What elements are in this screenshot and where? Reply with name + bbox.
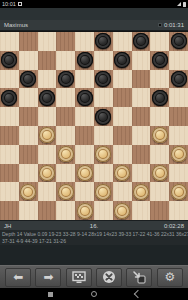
top-player-bar: Maximus 0:01:31 [0,20,188,31]
board-square[interactable] [113,88,132,107]
piece-arrow-icon [132,270,146,284]
board-monitor-icon [72,271,86,284]
board-square [19,126,38,145]
signal-icon [177,2,181,6]
board-square[interactable] [75,164,94,183]
board-square[interactable] [113,51,132,70]
white-piece[interactable] [114,165,130,181]
board-square[interactable] [132,145,151,164]
notification-icon [18,2,22,6]
black-piece[interactable] [171,33,187,49]
board-square[interactable] [150,164,169,183]
white-piece[interactable] [171,184,187,200]
board-square[interactable] [0,88,19,107]
board-square[interactable] [19,107,38,126]
board-square [0,107,19,126]
board-square [113,145,132,164]
board-square [132,201,151,220]
white-piece[interactable] [95,146,111,162]
board-square [56,88,75,107]
white-piece[interactable] [77,203,93,219]
white-piece[interactable] [39,127,55,143]
board-view-button[interactable] [66,268,92,287]
board-square [132,126,151,145]
board-square [150,107,169,126]
board-square [75,182,94,201]
black-piece[interactable] [20,71,36,87]
board-square[interactable] [132,182,151,201]
top-player-name: Maximus [4,22,28,28]
white-piece[interactable] [58,146,74,162]
board-square[interactable] [19,182,38,201]
board-square[interactable] [113,201,132,220]
board-square [169,88,188,107]
board-square [75,70,94,89]
board-square[interactable] [0,201,19,220]
board-square[interactable] [38,126,57,145]
board-square[interactable] [38,201,57,220]
board-square [169,164,188,183]
white-piece[interactable] [58,184,74,200]
board-square[interactable] [75,51,94,70]
board-square[interactable] [38,164,57,183]
board-square [113,182,132,201]
status-clock: 10:01 [2,0,16,8]
board-square [94,164,113,183]
board-square [19,88,38,107]
board-square [169,51,188,70]
board-square[interactable] [150,126,169,145]
board-square [113,70,132,89]
board-square[interactable] [150,51,169,70]
board-square [94,126,113,145]
battery-icon [183,2,186,7]
toolbar: ⬅ ➡ ⚙ [0,265,188,288]
white-piece[interactable] [152,127,168,143]
black-piece[interactable] [133,33,149,49]
black-piece[interactable] [1,90,17,106]
white-piece[interactable] [95,184,111,200]
board-square[interactable] [56,70,75,89]
back-button[interactable]: ⬅ [5,268,31,287]
stop-x-icon [102,270,116,284]
board-square [132,51,151,70]
white-piece[interactable] [39,165,55,181]
board-square [150,32,169,51]
board-square[interactable] [132,70,151,89]
board-square [0,145,19,164]
lower-spacer [0,245,188,265]
board-square[interactable] [169,182,188,201]
engine-analysis-panel: Depth 14 Value 0.09 19-23 33-28 9-14 28x… [0,230,188,245]
board-square [56,164,75,183]
board-square [94,88,113,107]
hint-move-button[interactable] [126,268,152,287]
back-chevron-icon[interactable] [133,290,141,298]
header-spacer [0,8,188,20]
black-side-chip-icon [158,23,162,27]
board-square[interactable] [113,126,132,145]
board-square[interactable] [132,32,151,51]
board-square [19,164,38,183]
stop-button[interactable] [96,268,122,287]
board-square[interactable] [169,107,188,126]
black-piece[interactable] [95,33,111,49]
board-square [56,51,75,70]
android-nav-bar [0,288,188,300]
board-square [0,32,19,51]
board-square[interactable] [75,88,94,107]
recents-square-icon[interactable] [48,292,53,297]
board-square [150,70,169,89]
board-square[interactable] [150,201,169,220]
black-piece[interactable] [95,109,111,125]
analysis-line-2: 37-31 4-9 44-39 17-21 31-26 [2,238,186,245]
black-piece[interactable] [77,90,93,106]
analysis-line-1: Depth 14 Value 0.09 19-23 33-28 9-14 28x… [2,231,186,238]
top-player-clock: 0:01:31 [164,22,184,28]
white-piece[interactable] [171,146,187,162]
board-square [56,201,75,220]
black-piece[interactable] [114,52,130,68]
board-square[interactable] [169,32,188,51]
board-square [75,145,94,164]
board-square [0,70,19,89]
board-square [38,182,57,201]
board-square [0,182,19,201]
board-square [38,70,57,89]
board-square [94,201,113,220]
forward-button[interactable]: ➡ [35,268,61,287]
board-square[interactable] [56,32,75,51]
board-square [75,107,94,126]
board-square [150,145,169,164]
black-piece[interactable] [58,71,74,87]
black-piece[interactable] [77,52,93,68]
black-piece[interactable] [152,90,168,106]
white-piece[interactable] [20,184,36,200]
app-window: 10:01 Maximus 0:01:31 JH 16. 0:02:28 Dep… [0,0,188,300]
white-piece[interactable] [133,184,149,200]
move-number: 16. [90,223,98,229]
board-square[interactable] [56,145,75,164]
board-square[interactable] [113,164,132,183]
board-square[interactable] [0,126,19,145]
black-piece[interactable] [95,71,111,87]
board-square [38,145,57,164]
board-square[interactable] [19,32,38,51]
board-square[interactable] [94,107,113,126]
board-square[interactable] [0,164,19,183]
board-square [19,51,38,70]
board-square[interactable] [38,51,57,70]
status-bar: 10:01 [0,0,188,8]
white-piece[interactable] [152,165,168,181]
board-square[interactable] [56,107,75,126]
board-square[interactable] [150,88,169,107]
board-square [56,126,75,145]
bottom-player-clock: 0:02:28 [164,223,184,229]
board-square [132,88,151,107]
board-square[interactable] [169,145,188,164]
board-square [169,201,188,220]
board-square [113,107,132,126]
board-square [19,201,38,220]
board-square[interactable] [19,145,38,164]
board-square[interactable] [94,32,113,51]
board-square[interactable] [0,51,19,70]
home-circle-icon[interactable] [91,291,97,297]
board-square[interactable] [56,182,75,201]
board [0,31,188,220]
board-square [169,126,188,145]
board-square [150,182,169,201]
board-square [75,32,94,51]
bottom-player-name: JH [4,223,11,229]
gear-icon: ⚙ [164,271,175,283]
white-piece[interactable] [77,165,93,181]
board-square[interactable] [94,70,113,89]
white-piece[interactable] [114,203,130,219]
settings-button[interactable]: ⚙ [157,268,183,287]
board-square[interactable] [94,145,113,164]
arrow-right-icon: ➡ [43,271,53,283]
black-piece[interactable] [1,52,17,68]
board-square [38,107,57,126]
arrow-left-icon: ⬅ [13,271,23,283]
board-square[interactable] [38,88,57,107]
board-square [132,164,151,183]
board-square[interactable] [169,70,188,89]
board-square [113,32,132,51]
black-piece[interactable] [39,90,55,106]
board-square[interactable] [132,107,151,126]
board-square[interactable] [94,182,113,201]
bottom-player-bar: JH 16. 0:02:28 [0,220,188,230]
board-square [38,32,57,51]
board-square [94,51,113,70]
board-square[interactable] [75,126,94,145]
black-piece[interactable] [171,71,187,87]
board-square[interactable] [19,70,38,89]
black-piece[interactable] [152,52,168,68]
board-square[interactable] [75,201,94,220]
